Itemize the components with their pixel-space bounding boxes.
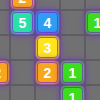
grid-cell: 3: [35, 35, 60, 60]
grid-cell: [60, 35, 85, 60]
grid-cell: [35, 85, 60, 100]
grid-cell: [60, 0, 85, 10]
tile-2[interactable]: 2: [0, 62, 8, 83]
grid-cell: [85, 60, 100, 85]
tile-3[interactable]: 3: [37, 37, 58, 58]
grid-cell: [85, 35, 100, 60]
tile-2[interactable]: 2: [12, 0, 33, 8]
tile-4[interactable]: 4: [37, 12, 58, 33]
puzzle-grid: 254132211: [0, 0, 100, 100]
grid-cell: 1: [60, 60, 85, 85]
tile-5[interactable]: 5: [12, 12, 33, 33]
tile-1[interactable]: 1: [87, 12, 100, 33]
grid-cell: [10, 85, 35, 100]
tile-1[interactable]: 1: [62, 87, 83, 100]
grid-cell: 1: [85, 10, 100, 35]
game-board-viewport: 254132211: [0, 0, 100, 100]
tile-2[interactable]: 2: [37, 62, 58, 83]
grid-cell: 2: [10, 0, 35, 10]
grid-cell: [10, 35, 35, 60]
grid-cell: 2: [0, 60, 10, 85]
grid-cell: [10, 60, 35, 85]
grid-cell: [0, 85, 10, 100]
grid-cell: [0, 0, 10, 10]
grid-cell: [0, 10, 10, 35]
grid-cell: [35, 0, 60, 10]
grid-cell: 1: [60, 85, 85, 100]
grid-cell: [60, 10, 85, 35]
grid-cell: [85, 0, 100, 10]
grid-cell: 5: [10, 10, 35, 35]
grid-cell: 4: [35, 10, 60, 35]
tile-1[interactable]: 1: [62, 62, 83, 83]
grid-cell: 2: [35, 60, 60, 85]
grid-cell: [0, 35, 10, 60]
grid-cell: [85, 85, 100, 100]
